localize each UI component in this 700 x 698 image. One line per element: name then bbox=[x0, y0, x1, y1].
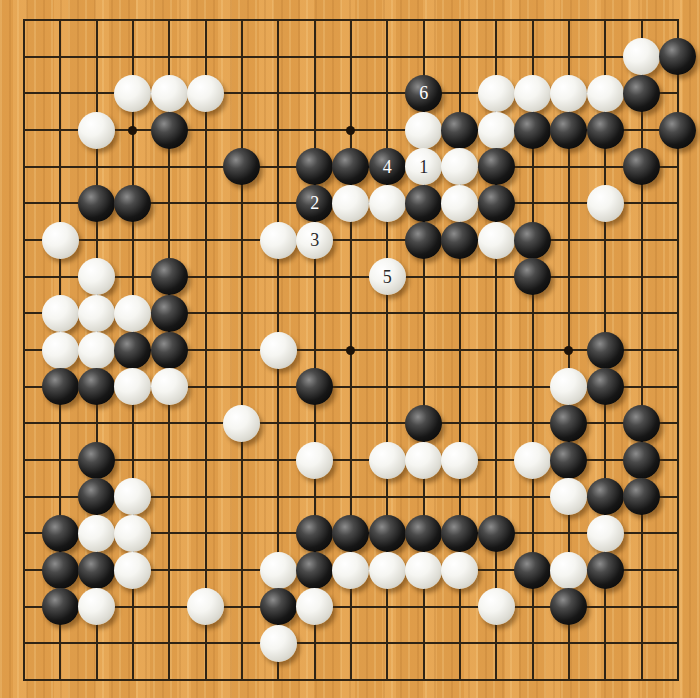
stone-black-c13r7[interactable] bbox=[441, 222, 478, 259]
stone-white-c14r3[interactable] bbox=[478, 75, 515, 112]
stone-white-c12r4[interactable] bbox=[405, 112, 442, 149]
stone-white-c13r13[interactable] bbox=[441, 442, 478, 479]
stone-white-c4r15[interactable] bbox=[114, 515, 151, 552]
stone-black-c5r10[interactable] bbox=[151, 332, 188, 369]
stone-black-c3r6[interactable] bbox=[78, 185, 115, 222]
stone-white-c6r3[interactable] bbox=[187, 75, 224, 112]
stone-black-c12r7[interactable] bbox=[405, 222, 442, 259]
stone-white-c7r12[interactable] bbox=[223, 405, 260, 442]
stone-black-c15r16[interactable] bbox=[514, 552, 551, 589]
stone-white-c3r8[interactable] bbox=[78, 258, 115, 295]
stone-black-c17r10[interactable] bbox=[587, 332, 624, 369]
stone-black-c4r10[interactable] bbox=[114, 332, 151, 369]
star-point bbox=[346, 126, 355, 135]
stone-black-c15r4[interactable] bbox=[514, 112, 551, 149]
stone-black-c17r16[interactable] bbox=[587, 552, 624, 589]
stone-white-c9r17[interactable] bbox=[296, 588, 333, 625]
stone-black-c12r3[interactable]: 6 bbox=[405, 75, 442, 112]
stone-black-c5r8[interactable] bbox=[151, 258, 188, 295]
stone-black-c18r13[interactable] bbox=[623, 442, 660, 479]
star-point bbox=[564, 346, 573, 355]
stone-white-c2r9[interactable] bbox=[42, 295, 79, 332]
stone-white-c13r6[interactable] bbox=[441, 185, 478, 222]
stone-white-c4r11[interactable] bbox=[114, 368, 151, 405]
stone-black-c10r5[interactable] bbox=[332, 148, 369, 185]
move-number-label: 6 bbox=[405, 75, 442, 112]
stone-black-c19r4[interactable] bbox=[659, 112, 696, 149]
stone-white-c4r3[interactable] bbox=[114, 75, 151, 112]
stone-white-c16r14[interactable] bbox=[550, 478, 587, 515]
go-board[interactable]: 641235 bbox=[0, 0, 700, 698]
stone-white-c10r16[interactable] bbox=[332, 552, 369, 589]
stone-white-c17r3[interactable] bbox=[587, 75, 624, 112]
stone-white-c4r16[interactable] bbox=[114, 552, 151, 589]
stone-black-c16r12[interactable] bbox=[550, 405, 587, 442]
stone-white-c11r13[interactable] bbox=[369, 442, 406, 479]
stone-black-c7r5[interactable] bbox=[223, 148, 260, 185]
stone-black-c4r6[interactable] bbox=[114, 185, 151, 222]
stone-black-c15r7[interactable] bbox=[514, 222, 551, 259]
stone-white-c16r16[interactable] bbox=[550, 552, 587, 589]
stone-black-c3r11[interactable] bbox=[78, 368, 115, 405]
stone-black-c3r13[interactable] bbox=[78, 442, 115, 479]
stone-black-c5r4[interactable] bbox=[151, 112, 188, 149]
stone-white-c14r4[interactable] bbox=[478, 112, 515, 149]
stone-white-c12r13[interactable] bbox=[405, 442, 442, 479]
go-game-screenshot: 641235 bbox=[0, 0, 700, 698]
stone-white-c11r6[interactable] bbox=[369, 185, 406, 222]
stone-white-c15r13[interactable] bbox=[514, 442, 551, 479]
stone-black-c16r17[interactable] bbox=[550, 588, 587, 625]
stone-white-c16r11[interactable] bbox=[550, 368, 587, 405]
stone-black-c16r13[interactable] bbox=[550, 442, 587, 479]
stone-white-c10r6[interactable] bbox=[332, 185, 369, 222]
stone-white-c17r6[interactable] bbox=[587, 185, 624, 222]
stone-black-c12r12[interactable] bbox=[405, 405, 442, 442]
stone-black-c18r3[interactable] bbox=[623, 75, 660, 112]
stone-black-c12r15[interactable] bbox=[405, 515, 442, 552]
stone-black-c16r4[interactable] bbox=[550, 112, 587, 149]
grid-line-horizontal bbox=[23, 642, 679, 644]
stone-black-c5r9[interactable] bbox=[151, 295, 188, 332]
stone-white-c3r4[interactable] bbox=[78, 112, 115, 149]
stone-black-c11r15[interactable] bbox=[369, 515, 406, 552]
stone-black-c3r14[interactable] bbox=[78, 478, 115, 515]
stone-white-c8r18[interactable] bbox=[260, 625, 297, 662]
stone-white-c13r16[interactable] bbox=[441, 552, 478, 589]
stone-white-c2r7[interactable] bbox=[42, 222, 79, 259]
stone-black-c9r16[interactable] bbox=[296, 552, 333, 589]
stone-white-c4r9[interactable] bbox=[114, 295, 151, 332]
stone-white-c12r5[interactable]: 1 bbox=[405, 148, 442, 185]
stone-black-c10r15[interactable] bbox=[332, 515, 369, 552]
stone-white-c3r9[interactable] bbox=[78, 295, 115, 332]
stone-black-c13r4[interactable] bbox=[441, 112, 478, 149]
stone-black-c12r6[interactable] bbox=[405, 185, 442, 222]
stone-white-c6r17[interactable] bbox=[187, 588, 224, 625]
stone-black-c2r15[interactable] bbox=[42, 515, 79, 552]
stone-white-c11r16[interactable] bbox=[369, 552, 406, 589]
stone-black-c15r8[interactable] bbox=[514, 258, 551, 295]
stone-white-c4r14[interactable] bbox=[114, 478, 151, 515]
stone-black-c2r11[interactable] bbox=[42, 368, 79, 405]
star-point bbox=[346, 346, 355, 355]
stone-black-c9r11[interactable] bbox=[296, 368, 333, 405]
stone-white-c11r8[interactable]: 5 bbox=[369, 258, 406, 295]
stone-black-c18r12[interactable] bbox=[623, 405, 660, 442]
stone-white-c13r5[interactable] bbox=[441, 148, 478, 185]
stone-white-c5r3[interactable] bbox=[151, 75, 188, 112]
stone-white-c3r17[interactable] bbox=[78, 588, 115, 625]
stone-white-c3r10[interactable] bbox=[78, 332, 115, 369]
stone-white-c17r15[interactable] bbox=[587, 515, 624, 552]
grid-line-horizontal bbox=[23, 679, 679, 681]
stone-white-c9r13[interactable] bbox=[296, 442, 333, 479]
stone-black-c9r5[interactable] bbox=[296, 148, 333, 185]
stone-white-c12r16[interactable] bbox=[405, 552, 442, 589]
grid-line-vertical bbox=[641, 19, 643, 681]
stone-black-c14r15[interactable] bbox=[478, 515, 515, 552]
stone-black-c9r6[interactable]: 2 bbox=[296, 185, 333, 222]
move-number-label: 4 bbox=[369, 148, 406, 185]
stone-white-c2r10[interactable] bbox=[42, 332, 79, 369]
stone-black-c17r4[interactable] bbox=[587, 112, 624, 149]
move-number-label: 3 bbox=[296, 222, 333, 259]
stone-white-c14r7[interactable] bbox=[478, 222, 515, 259]
stone-black-c17r14[interactable] bbox=[587, 478, 624, 515]
stone-black-c2r17[interactable] bbox=[42, 588, 79, 625]
stone-white-c16r3[interactable] bbox=[550, 75, 587, 112]
move-number-label: 2 bbox=[296, 185, 333, 222]
stone-black-c11r5[interactable]: 4 bbox=[369, 148, 406, 185]
stone-white-c9r7[interactable]: 3 bbox=[296, 222, 333, 259]
stone-white-c8r7[interactable] bbox=[260, 222, 297, 259]
stone-white-c18r2[interactable] bbox=[623, 38, 660, 75]
stone-black-c2r16[interactable] bbox=[42, 552, 79, 589]
star-point bbox=[128, 126, 137, 135]
stone-black-c13r15[interactable] bbox=[441, 515, 478, 552]
stone-white-c8r10[interactable] bbox=[260, 332, 297, 369]
stone-black-c9r15[interactable] bbox=[296, 515, 333, 552]
stone-black-c3r16[interactable] bbox=[78, 552, 115, 589]
move-number-label: 1 bbox=[405, 148, 442, 185]
stone-black-c19r2[interactable] bbox=[659, 38, 696, 75]
stone-black-c18r14[interactable] bbox=[623, 478, 660, 515]
stone-black-c17r11[interactable] bbox=[587, 368, 624, 405]
move-number-label: 5 bbox=[369, 258, 406, 295]
stone-white-c8r16[interactable] bbox=[260, 552, 297, 589]
stone-white-c5r11[interactable] bbox=[151, 368, 188, 405]
stone-white-c15r3[interactable] bbox=[514, 75, 551, 112]
stone-black-c14r6[interactable] bbox=[478, 185, 515, 222]
stone-white-c14r17[interactable] bbox=[478, 588, 515, 625]
stone-white-c3r15[interactable] bbox=[78, 515, 115, 552]
stone-black-c8r17[interactable] bbox=[260, 588, 297, 625]
stone-black-c14r5[interactable] bbox=[478, 148, 515, 185]
stone-black-c18r5[interactable] bbox=[623, 148, 660, 185]
